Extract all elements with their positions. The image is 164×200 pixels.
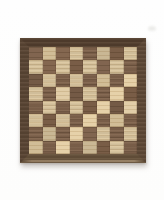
square-e6 (83, 74, 97, 87)
square-g3 (110, 114, 124, 127)
square-h8 (124, 47, 138, 60)
square-c7 (56, 60, 70, 73)
square-a1 (29, 141, 43, 154)
square-b8 (43, 47, 57, 60)
square-b7 (43, 60, 57, 73)
square-h1 (124, 141, 138, 154)
chessboard-grid (29, 47, 137, 154)
square-c3 (56, 114, 70, 127)
square-f1 (97, 141, 111, 154)
square-f3 (97, 114, 111, 127)
square-h2 (124, 127, 138, 140)
square-f4 (97, 101, 111, 114)
square-e2 (83, 127, 97, 140)
square-c1 (56, 141, 70, 154)
square-b4 (43, 101, 57, 114)
square-c8 (56, 47, 70, 60)
square-d4 (70, 101, 84, 114)
square-e4 (83, 101, 97, 114)
background-smudge (148, 26, 156, 31)
square-a3 (29, 114, 43, 127)
square-d6 (70, 74, 84, 87)
square-d3 (70, 114, 84, 127)
square-g5 (110, 87, 124, 100)
square-g6 (110, 74, 124, 87)
square-f8 (97, 47, 111, 60)
square-c2 (56, 127, 70, 140)
square-d8 (70, 47, 84, 60)
square-h3 (124, 114, 138, 127)
square-e1 (83, 141, 97, 154)
square-g1 (110, 141, 124, 154)
square-h5 (124, 87, 138, 100)
square-e8 (83, 47, 97, 60)
square-e5 (83, 87, 97, 100)
product-photo (0, 0, 164, 200)
square-d7 (70, 60, 84, 73)
square-a7 (29, 60, 43, 73)
square-g7 (110, 60, 124, 73)
square-a6 (29, 74, 43, 87)
square-a5 (29, 87, 43, 100)
square-b6 (43, 74, 57, 87)
square-f2 (97, 127, 111, 140)
square-b3 (43, 114, 57, 127)
square-c4 (56, 101, 70, 114)
square-e7 (83, 60, 97, 73)
square-a8 (29, 47, 43, 60)
chessboard-frame (20, 38, 146, 163)
square-a4 (29, 101, 43, 114)
square-f7 (97, 60, 111, 73)
square-d1 (70, 141, 84, 154)
square-a2 (29, 127, 43, 140)
square-d5 (70, 87, 84, 100)
square-d2 (70, 127, 84, 140)
square-g8 (110, 47, 124, 60)
square-h6 (124, 74, 138, 87)
square-h7 (124, 60, 138, 73)
square-g2 (110, 127, 124, 140)
square-e3 (83, 114, 97, 127)
square-h4 (124, 101, 138, 114)
square-c5 (56, 87, 70, 100)
square-b1 (43, 141, 57, 154)
square-b2 (43, 127, 57, 140)
square-c6 (56, 74, 70, 87)
square-f6 (97, 74, 111, 87)
square-g4 (110, 101, 124, 114)
square-b5 (43, 87, 57, 100)
square-f5 (97, 87, 111, 100)
